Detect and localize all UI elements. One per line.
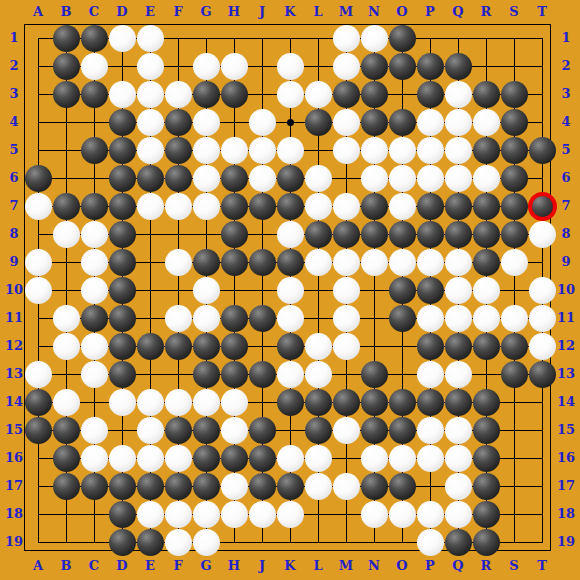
- stone-white-L17[interactable]: [305, 473, 332, 500]
- stone-white-G11[interactable]: [193, 305, 220, 332]
- stone-black-Q7[interactable]: [445, 193, 472, 220]
- stone-black-P7[interactable]: [417, 193, 444, 220]
- stone-black-H12[interactable]: [221, 333, 248, 360]
- stone-white-L16[interactable]: [305, 445, 332, 472]
- stone-black-D19[interactable]: [109, 529, 136, 556]
- stone-white-L6[interactable]: [305, 165, 332, 192]
- stone-black-Q14[interactable]: [445, 389, 472, 416]
- stone-black-Q8[interactable]: [445, 221, 472, 248]
- stone-white-M11[interactable]: [333, 305, 360, 332]
- stone-white-H15[interactable]: [221, 417, 248, 444]
- stone-black-R14[interactable]: [473, 389, 500, 416]
- stone-white-S11[interactable]: [501, 305, 528, 332]
- row-label-right-5: 5: [554, 142, 578, 158]
- stone-black-B1[interactable]: [53, 25, 80, 52]
- stone-black-R12[interactable]: [473, 333, 500, 360]
- row-label-right-13: 13: [554, 366, 578, 382]
- stone-black-S5[interactable]: [501, 137, 528, 164]
- stone-black-O15[interactable]: [389, 417, 416, 444]
- stone-black-B17[interactable]: [53, 473, 80, 500]
- stone-black-O10[interactable]: [389, 277, 416, 304]
- stone-black-M14[interactable]: [333, 389, 360, 416]
- col-label-top-D: D: [110, 4, 134, 20]
- stone-white-K3[interactable]: [277, 81, 304, 108]
- stone-white-H17[interactable]: [221, 473, 248, 500]
- stone-black-R7[interactable]: [473, 193, 500, 220]
- stone-white-E5[interactable]: [137, 137, 164, 164]
- stone-white-A7[interactable]: [25, 193, 52, 220]
- stone-white-K18[interactable]: [277, 501, 304, 528]
- stone-white-M9[interactable]: [333, 249, 360, 276]
- stone-black-N4[interactable]: [361, 109, 388, 136]
- stone-black-O17[interactable]: [389, 473, 416, 500]
- stone-white-C15[interactable]: [81, 417, 108, 444]
- stone-black-S8[interactable]: [501, 221, 528, 248]
- stone-black-H9[interactable]: [221, 249, 248, 276]
- stone-white-E1[interactable]: [137, 25, 164, 52]
- stone-black-D5[interactable]: [109, 137, 136, 164]
- stone-white-M5[interactable]: [333, 137, 360, 164]
- stone-black-O11[interactable]: [389, 305, 416, 332]
- stone-white-E18[interactable]: [137, 501, 164, 528]
- stone-black-J16[interactable]: [249, 445, 276, 472]
- stone-black-A15[interactable]: [25, 417, 52, 444]
- stone-white-E2[interactable]: [137, 53, 164, 80]
- stone-black-A14[interactable]: [25, 389, 52, 416]
- stone-black-G9[interactable]: [193, 249, 220, 276]
- stone-black-P8[interactable]: [417, 221, 444, 248]
- col-label-top-C: C: [82, 4, 106, 20]
- col-label-bottom-T: T: [530, 558, 554, 574]
- col-label-bottom-A: A: [26, 558, 50, 574]
- col-label-bottom-R: R: [474, 558, 498, 574]
- col-label-top-P: P: [418, 4, 442, 20]
- stone-black-B16[interactable]: [53, 445, 80, 472]
- stone-white-P5[interactable]: [417, 137, 444, 164]
- stone-white-C10[interactable]: [81, 277, 108, 304]
- stone-white-L9[interactable]: [305, 249, 332, 276]
- stone-black-F12[interactable]: [165, 333, 192, 360]
- stone-white-F14[interactable]: [165, 389, 192, 416]
- stone-black-K9[interactable]: [277, 249, 304, 276]
- stone-black-R18[interactable]: [473, 501, 500, 528]
- stone-white-M1[interactable]: [333, 25, 360, 52]
- stone-black-F5[interactable]: [165, 137, 192, 164]
- stone-black-C11[interactable]: [81, 305, 108, 332]
- stone-white-Q11[interactable]: [445, 305, 472, 332]
- row-label-left-19: 19: [2, 534, 26, 550]
- stone-white-K2[interactable]: [277, 53, 304, 80]
- stone-black-E17[interactable]: [137, 473, 164, 500]
- stone-black-D10[interactable]: [109, 277, 136, 304]
- stone-black-G12[interactable]: [193, 333, 220, 360]
- stone-black-F6[interactable]: [165, 165, 192, 192]
- stone-white-F11[interactable]: [165, 305, 192, 332]
- stone-white-E15[interactable]: [137, 417, 164, 444]
- stone-white-P19[interactable]: [417, 529, 444, 556]
- stone-white-J5[interactable]: [249, 137, 276, 164]
- stone-white-Q10[interactable]: [445, 277, 472, 304]
- stone-white-Q9[interactable]: [445, 249, 472, 276]
- stone-black-P3[interactable]: [417, 81, 444, 108]
- stone-white-T11[interactable]: [529, 305, 556, 332]
- stone-black-B7[interactable]: [53, 193, 80, 220]
- col-label-bottom-J: J: [250, 558, 274, 574]
- stone-black-D8[interactable]: [109, 221, 136, 248]
- stone-black-R19[interactable]: [473, 529, 500, 556]
- stone-white-O9[interactable]: [389, 249, 416, 276]
- stone-black-D6[interactable]: [109, 165, 136, 192]
- stone-black-R16[interactable]: [473, 445, 500, 472]
- stone-black-C7[interactable]: [81, 193, 108, 220]
- stone-white-E4[interactable]: [137, 109, 164, 136]
- stone-black-H11[interactable]: [221, 305, 248, 332]
- row-label-left-14: 14: [2, 394, 26, 410]
- row-label-left-7: 7: [2, 198, 26, 214]
- stone-black-D11[interactable]: [109, 305, 136, 332]
- row-label-right-18: 18: [554, 506, 578, 522]
- row-label-right-14: 14: [554, 394, 578, 410]
- stone-white-G6[interactable]: [193, 165, 220, 192]
- stone-white-H5[interactable]: [221, 137, 248, 164]
- star-point: [287, 119, 294, 126]
- stone-black-L8[interactable]: [305, 221, 332, 248]
- stone-black-B3[interactable]: [53, 81, 80, 108]
- stone-black-N14[interactable]: [361, 389, 388, 416]
- stone-white-A13[interactable]: [25, 361, 52, 388]
- col-label-bottom-Q: Q: [446, 558, 470, 574]
- stone-black-H6[interactable]: [221, 165, 248, 192]
- stone-white-N18[interactable]: [361, 501, 388, 528]
- stone-white-P6[interactable]: [417, 165, 444, 192]
- stone-black-G15[interactable]: [193, 417, 220, 444]
- stone-black-M8[interactable]: [333, 221, 360, 248]
- stone-white-M7[interactable]: [333, 193, 360, 220]
- stone-white-G19[interactable]: [193, 529, 220, 556]
- stone-black-R15[interactable]: [473, 417, 500, 444]
- stone-white-O18[interactable]: [389, 501, 416, 528]
- stone-black-K6[interactable]: [277, 165, 304, 192]
- stone-black-D4[interactable]: [109, 109, 136, 136]
- col-label-bottom-S: S: [502, 558, 526, 574]
- stone-black-K7[interactable]: [277, 193, 304, 220]
- stone-black-C1[interactable]: [81, 25, 108, 52]
- stone-black-S4[interactable]: [501, 109, 528, 136]
- stone-white-Q5[interactable]: [445, 137, 472, 164]
- stone-black-F4[interactable]: [165, 109, 192, 136]
- stone-white-K5[interactable]: [277, 137, 304, 164]
- stone-black-J17[interactable]: [249, 473, 276, 500]
- col-label-bottom-E: E: [138, 558, 162, 574]
- stone-white-G5[interactable]: [193, 137, 220, 164]
- stone-white-R10[interactable]: [473, 277, 500, 304]
- stone-black-P12[interactable]: [417, 333, 444, 360]
- stone-white-Q18[interactable]: [445, 501, 472, 528]
- stone-white-L7[interactable]: [305, 193, 332, 220]
- stone-black-G17[interactable]: [193, 473, 220, 500]
- stone-white-P11[interactable]: [417, 305, 444, 332]
- stone-white-N16[interactable]: [361, 445, 388, 472]
- row-label-left-13: 13: [2, 366, 26, 382]
- stone-black-E19[interactable]: [137, 529, 164, 556]
- stone-white-K10[interactable]: [277, 277, 304, 304]
- stone-white-B12[interactable]: [53, 333, 80, 360]
- stone-black-B2[interactable]: [53, 53, 80, 80]
- stone-white-G10[interactable]: [193, 277, 220, 304]
- stone-black-R17[interactable]: [473, 473, 500, 500]
- row-label-left-10: 10: [2, 282, 26, 298]
- stone-white-P13[interactable]: [417, 361, 444, 388]
- stone-white-O5[interactable]: [389, 137, 416, 164]
- stone-white-P18[interactable]: [417, 501, 444, 528]
- stone-white-K13[interactable]: [277, 361, 304, 388]
- stone-black-A6[interactable]: [25, 165, 52, 192]
- stone-black-J9[interactable]: [249, 249, 276, 276]
- stone-black-D9[interactable]: [109, 249, 136, 276]
- stone-black-R3[interactable]: [473, 81, 500, 108]
- stone-white-G4[interactable]: [193, 109, 220, 136]
- row-label-right-16: 16: [554, 450, 578, 466]
- stone-white-D14[interactable]: [109, 389, 136, 416]
- stone-black-S6[interactable]: [501, 165, 528, 192]
- stone-black-E12[interactable]: [137, 333, 164, 360]
- stone-white-J18[interactable]: [249, 501, 276, 528]
- stone-white-L12[interactable]: [305, 333, 332, 360]
- stone-white-D3[interactable]: [109, 81, 136, 108]
- stone-white-P4[interactable]: [417, 109, 444, 136]
- row-label-left-12: 12: [2, 338, 26, 354]
- stone-white-N9[interactable]: [361, 249, 388, 276]
- col-label-top-G: G: [194, 4, 218, 20]
- stone-black-P2[interactable]: [417, 53, 444, 80]
- stone-black-D18[interactable]: [109, 501, 136, 528]
- stone-white-F18[interactable]: [165, 501, 192, 528]
- stone-black-H3[interactable]: [221, 81, 248, 108]
- stone-black-R9[interactable]: [473, 249, 500, 276]
- stone-white-E16[interactable]: [137, 445, 164, 472]
- stone-white-E7[interactable]: [137, 193, 164, 220]
- stone-black-Q19[interactable]: [445, 529, 472, 556]
- stone-white-G14[interactable]: [193, 389, 220, 416]
- stone-black-C17[interactable]: [81, 473, 108, 500]
- stone-white-T10[interactable]: [529, 277, 556, 304]
- stone-black-C3[interactable]: [81, 81, 108, 108]
- stone-white-N5[interactable]: [361, 137, 388, 164]
- stone-white-Q17[interactable]: [445, 473, 472, 500]
- row-label-right-19: 19: [554, 534, 578, 550]
- stone-black-R5[interactable]: [473, 137, 500, 164]
- stone-white-B11[interactable]: [53, 305, 80, 332]
- stone-black-H8[interactable]: [221, 221, 248, 248]
- last-move-marker: [528, 192, 557, 221]
- stone-black-D13[interactable]: [109, 361, 136, 388]
- stone-black-S13[interactable]: [501, 361, 528, 388]
- stone-white-R11[interactable]: [473, 305, 500, 332]
- stone-black-R8[interactable]: [473, 221, 500, 248]
- col-label-bottom-M: M: [334, 558, 358, 574]
- stone-white-J4[interactable]: [249, 109, 276, 136]
- stone-white-F3[interactable]: [165, 81, 192, 108]
- stone-black-F17[interactable]: [165, 473, 192, 500]
- stone-black-D17[interactable]: [109, 473, 136, 500]
- stone-black-H13[interactable]: [221, 361, 248, 388]
- stone-black-J11[interactable]: [249, 305, 276, 332]
- stone-black-L15[interactable]: [305, 417, 332, 444]
- stone-black-M3[interactable]: [333, 81, 360, 108]
- stone-white-M17[interactable]: [333, 473, 360, 500]
- col-label-top-Q: Q: [446, 4, 470, 20]
- stone-black-N17[interactable]: [361, 473, 388, 500]
- stone-white-B8[interactable]: [53, 221, 80, 248]
- stone-white-P15[interactable]: [417, 417, 444, 444]
- stone-white-R6[interactable]: [473, 165, 500, 192]
- stone-black-L14[interactable]: [305, 389, 332, 416]
- stone-black-H7[interactable]: [221, 193, 248, 220]
- stone-black-N13[interactable]: [361, 361, 388, 388]
- row-label-left-11: 11: [2, 310, 26, 326]
- stone-black-N2[interactable]: [361, 53, 388, 80]
- stone-white-M12[interactable]: [333, 333, 360, 360]
- stone-white-T12[interactable]: [529, 333, 556, 360]
- stone-black-S3[interactable]: [501, 81, 528, 108]
- stone-white-D16[interactable]: [109, 445, 136, 472]
- stone-white-M2[interactable]: [333, 53, 360, 80]
- stone-white-L3[interactable]: [305, 81, 332, 108]
- stone-black-D7[interactable]: [109, 193, 136, 220]
- col-label-bottom-C: C: [82, 558, 106, 574]
- stone-white-H18[interactable]: [221, 501, 248, 528]
- stone-white-S9[interactable]: [501, 249, 528, 276]
- stone-white-G18[interactable]: [193, 501, 220, 528]
- stone-black-N7[interactable]: [361, 193, 388, 220]
- stone-white-N1[interactable]: [361, 25, 388, 52]
- stone-white-R4[interactable]: [473, 109, 500, 136]
- go-board-page: AABBCCDDEEFFGGHHJJKKLLMMNNOOPPQQRRSSTT11…: [0, 0, 580, 580]
- stone-white-H2[interactable]: [221, 53, 248, 80]
- stone-white-F9[interactable]: [165, 249, 192, 276]
- col-label-bottom-F: F: [166, 558, 190, 574]
- stone-white-K8[interactable]: [277, 221, 304, 248]
- row-label-right-9: 9: [554, 254, 578, 270]
- stone-black-K17[interactable]: [277, 473, 304, 500]
- stone-white-Q3[interactable]: [445, 81, 472, 108]
- stone-white-E14[interactable]: [137, 389, 164, 416]
- stone-white-G2[interactable]: [193, 53, 220, 80]
- col-label-top-J: J: [250, 4, 274, 20]
- stone-white-Q4[interactable]: [445, 109, 472, 136]
- stone-white-T8[interactable]: [529, 221, 556, 248]
- stone-black-N3[interactable]: [361, 81, 388, 108]
- stone-black-N15[interactable]: [361, 417, 388, 444]
- row-label-left-18: 18: [2, 506, 26, 522]
- stone-black-N8[interactable]: [361, 221, 388, 248]
- stone-black-K14[interactable]: [277, 389, 304, 416]
- stone-white-J6[interactable]: [249, 165, 276, 192]
- stone-white-C9[interactable]: [81, 249, 108, 276]
- stone-black-L4[interactable]: [305, 109, 332, 136]
- stone-black-O2[interactable]: [389, 53, 416, 80]
- stone-black-J13[interactable]: [249, 361, 276, 388]
- stone-black-S12[interactable]: [501, 333, 528, 360]
- stone-black-G16[interactable]: [193, 445, 220, 472]
- row-label-left-2: 2: [2, 58, 26, 74]
- stone-black-K12[interactable]: [277, 333, 304, 360]
- stone-black-T13[interactable]: [529, 361, 556, 388]
- stone-black-P10[interactable]: [417, 277, 444, 304]
- stone-white-A10[interactable]: [25, 277, 52, 304]
- stone-white-C13[interactable]: [81, 361, 108, 388]
- col-label-bottom-G: G: [194, 558, 218, 574]
- stone-black-O14[interactable]: [389, 389, 416, 416]
- stone-black-H16[interactable]: [221, 445, 248, 472]
- stone-white-K16[interactable]: [277, 445, 304, 472]
- stone-black-O8[interactable]: [389, 221, 416, 248]
- stone-white-P9[interactable]: [417, 249, 444, 276]
- stone-white-O16[interactable]: [389, 445, 416, 472]
- stone-black-E6[interactable]: [137, 165, 164, 192]
- stone-white-N6[interactable]: [361, 165, 388, 192]
- stone-white-A9[interactable]: [25, 249, 52, 276]
- stone-white-L13[interactable]: [305, 361, 332, 388]
- stone-black-G3[interactable]: [193, 81, 220, 108]
- stone-white-Q15[interactable]: [445, 417, 472, 444]
- stone-white-K11[interactable]: [277, 305, 304, 332]
- col-label-top-S: S: [502, 4, 526, 20]
- stone-white-Q6[interactable]: [445, 165, 472, 192]
- stone-white-H14[interactable]: [221, 389, 248, 416]
- stone-white-M15[interactable]: [333, 417, 360, 444]
- stone-black-C5[interactable]: [81, 137, 108, 164]
- stone-white-D1[interactable]: [109, 25, 136, 52]
- stone-white-O6[interactable]: [389, 165, 416, 192]
- stone-black-O4[interactable]: [389, 109, 416, 136]
- stone-black-P14[interactable]: [417, 389, 444, 416]
- stone-white-O7[interactable]: [389, 193, 416, 220]
- stone-black-S7[interactable]: [501, 193, 528, 220]
- stone-white-C8[interactable]: [81, 221, 108, 248]
- stone-black-F15[interactable]: [165, 417, 192, 444]
- stone-black-J7[interactable]: [249, 193, 276, 220]
- stone-white-C16[interactable]: [81, 445, 108, 472]
- stone-black-Q2[interactable]: [445, 53, 472, 80]
- stone-white-F7[interactable]: [165, 193, 192, 220]
- stone-white-E3[interactable]: [137, 81, 164, 108]
- stone-white-M4[interactable]: [333, 109, 360, 136]
- stone-white-C12[interactable]: [81, 333, 108, 360]
- stone-white-M10[interactable]: [333, 277, 360, 304]
- stone-black-B15[interactable]: [53, 417, 80, 444]
- stone-white-F16[interactable]: [165, 445, 192, 472]
- stone-black-G13[interactable]: [193, 361, 220, 388]
- col-label-top-F: F: [166, 4, 190, 20]
- stone-black-D12[interactable]: [109, 333, 136, 360]
- stone-black-J15[interactable]: [249, 417, 276, 444]
- row-label-left-4: 4: [2, 114, 26, 130]
- stone-white-C2[interactable]: [81, 53, 108, 80]
- stone-white-B14[interactable]: [53, 389, 80, 416]
- stone-white-P16[interactable]: [417, 445, 444, 472]
- stone-black-T5[interactable]: [529, 137, 556, 164]
- col-label-top-T: T: [530, 4, 554, 20]
- row-label-left-3: 3: [2, 86, 26, 102]
- stone-black-O1[interactable]: [389, 25, 416, 52]
- stone-white-F19[interactable]: [165, 529, 192, 556]
- stone-white-Q13[interactable]: [445, 361, 472, 388]
- stone-black-Q12[interactable]: [445, 333, 472, 360]
- stone-white-G7[interactable]: [193, 193, 220, 220]
- row-label-right-8: 8: [554, 226, 578, 242]
- stone-white-Q16[interactable]: [445, 445, 472, 472]
